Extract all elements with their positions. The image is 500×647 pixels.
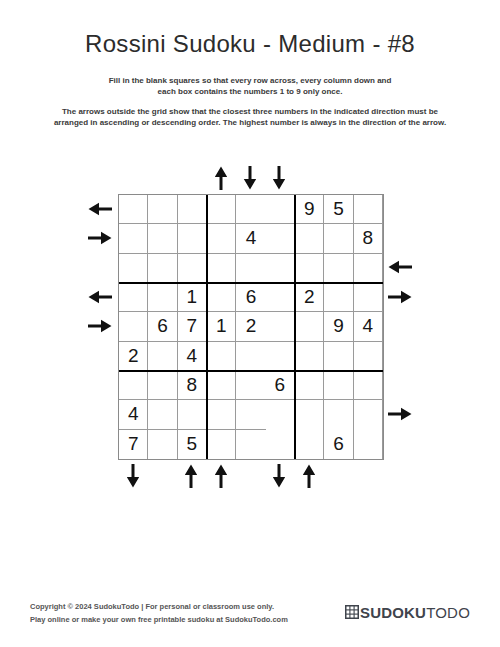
cell-r3c5[interactable] — [236, 254, 265, 283]
cell-r3c8[interactable] — [324, 254, 353, 283]
cell-r2c8[interactable] — [324, 224, 353, 253]
sudoku-grid-icon — [345, 605, 359, 619]
arrow-left-row4-left — [88, 285, 112, 309]
cell-r1c9[interactable] — [354, 195, 383, 224]
cell-r1c4[interactable] — [207, 195, 236, 224]
cell-r6c9[interactable] — [354, 342, 383, 371]
arrow-right-row8-right — [388, 402, 412, 426]
instructions-basic: Fill in the blank squares so that every … — [0, 75, 500, 97]
arrow-bottom-col4-up — [209, 464, 233, 488]
cell-r3c1[interactable] — [119, 254, 148, 283]
cell-r9c3: 5 — [178, 430, 207, 459]
cell-r6c5[interactable] — [236, 342, 265, 371]
footer-line1: Copyright © 2024 SudokuTodo | For person… — [30, 601, 288, 614]
cell-r5c3: 7 — [178, 312, 207, 341]
cell-r8c8[interactable] — [324, 400, 353, 429]
cell-r4c1[interactable] — [119, 283, 148, 312]
instructions-basic-line2: each box contains the numbers 1 to 9 onl… — [0, 86, 500, 97]
cell-r7c1[interactable] — [119, 371, 148, 400]
cell-r3c2[interactable] — [148, 254, 177, 283]
board-area: 954816267129424864756 — [86, 164, 414, 492]
cell-r6c3: 4 — [178, 342, 207, 371]
arrow-bottom-col6-down — [267, 464, 291, 488]
cell-r2c7[interactable] — [295, 224, 324, 253]
cell-r9c4[interactable] — [207, 430, 236, 459]
cell-r3c9[interactable] — [354, 254, 383, 283]
cell-r2c3[interactable] — [178, 224, 207, 253]
cell-r2c4[interactable] — [207, 224, 236, 253]
cell-r5c6[interactable] — [266, 312, 295, 341]
cell-r9c9[interactable] — [354, 430, 383, 459]
footer-line2: Play online or make your own free printa… — [30, 614, 288, 627]
cell-r9c1: 7 — [119, 430, 148, 459]
cell-r5c2: 6 — [148, 312, 177, 341]
cell-r6c2[interactable] — [148, 342, 177, 371]
instructions-basic-line1: Fill in the blank squares so that every … — [0, 75, 500, 86]
cell-r1c3[interactable] — [178, 195, 207, 224]
cell-r4c2[interactable] — [148, 283, 177, 312]
arrow-left-row2-right — [88, 226, 112, 250]
arrow-bottom-col1-down — [121, 464, 145, 488]
cell-r5c5: 2 — [236, 312, 265, 341]
cell-r5c1[interactable] — [119, 312, 148, 341]
cell-r9c5[interactable] — [236, 430, 265, 459]
cell-r8c5[interactable] — [236, 400, 265, 429]
box-divider-horizontal-2 — [119, 370, 383, 373]
cell-r6c1: 2 — [119, 342, 148, 371]
logo-text-light: TODO — [426, 604, 470, 621]
cell-r4c8[interactable] — [324, 283, 353, 312]
box-divider-horizontal-1 — [119, 282, 383, 285]
cell-r6c4[interactable] — [207, 342, 236, 371]
cell-r3c6[interactable] — [266, 254, 295, 283]
cell-r8c2[interactable] — [148, 400, 177, 429]
cell-r1c6[interactable] — [266, 195, 295, 224]
cell-r9c8: 6 — [324, 430, 353, 459]
box-divider-vertical-2 — [294, 195, 297, 459]
cell-r8c3[interactable] — [178, 400, 207, 429]
cell-r7c4[interactable] — [207, 371, 236, 400]
instructions-rossini: The arrows outside the grid show that th… — [0, 106, 500, 128]
cell-r4c3: 1 — [178, 283, 207, 312]
cell-r4c4[interactable] — [207, 283, 236, 312]
cell-r1c1[interactable] — [119, 195, 148, 224]
box-divider-vertical-1 — [206, 195, 209, 459]
cell-r3c7[interactable] — [295, 254, 324, 283]
cell-r7c6: 6 — [266, 371, 295, 400]
instructions-rossini-line1: The arrows outside the grid show that th… — [0, 106, 500, 117]
cell-r8c7[interactable] — [295, 400, 324, 429]
cell-r7c5[interactable] — [236, 371, 265, 400]
cell-r4c5: 6 — [236, 283, 265, 312]
cell-r1c7: 9 — [295, 195, 324, 224]
cell-r8c4[interactable] — [207, 400, 236, 429]
arrow-right-row4-right — [388, 285, 412, 309]
cell-r7c9[interactable] — [354, 371, 383, 400]
cell-r6c8[interactable] — [324, 342, 353, 371]
cell-r7c2[interactable] — [148, 371, 177, 400]
logo-text-bold: SUDOKU — [360, 604, 426, 621]
cell-r1c5[interactable] — [236, 195, 265, 224]
cell-r3c3[interactable] — [178, 254, 207, 283]
page-title: Rossini Sudoku - Medium - #8 — [0, 30, 500, 58]
arrow-top-col6-down — [267, 166, 291, 190]
cell-r7c8[interactable] — [324, 371, 353, 400]
cell-r5c4: 1 — [207, 312, 236, 341]
footer-copyright: Copyright © 2024 SudokuTodo | For person… — [30, 601, 288, 626]
cell-r5c8: 9 — [324, 312, 353, 341]
cell-r8c1: 4 — [119, 400, 148, 429]
cell-r2c1[interactable] — [119, 224, 148, 253]
cell-r4c7: 2 — [295, 283, 324, 312]
sudoku-board[interactable]: 954816267129424864756 — [118, 194, 384, 460]
arrow-left-row5-right — [88, 314, 112, 338]
arrow-top-col5-down — [238, 166, 262, 190]
cell-r7c3: 8 — [178, 371, 207, 400]
cell-r3c4[interactable] — [207, 254, 236, 283]
cell-r5c9: 4 — [354, 312, 383, 341]
cell-r8c6[interactable] — [266, 400, 295, 429]
sudokutodo-logo: SUDOKU TODO — [345, 603, 470, 621]
cell-r6c6[interactable] — [266, 342, 295, 371]
cell-r2c5: 4 — [236, 224, 265, 253]
cell-r2c2[interactable] — [148, 224, 177, 253]
arrow-bottom-col3-up — [179, 464, 203, 488]
arrow-left-row1-left — [88, 197, 112, 221]
instructions-rossini-line2: arranged in ascending or descending orde… — [0, 117, 500, 128]
cell-r9c2[interactable] — [148, 430, 177, 459]
cell-r1c8: 5 — [324, 195, 353, 224]
arrow-right-row3-left — [388, 255, 412, 279]
page: Rossini Sudoku - Medium - #8 Fill in the… — [0, 0, 500, 647]
arrow-top-col4-up — [209, 166, 233, 190]
cell-r1c2[interactable] — [148, 195, 177, 224]
cell-r4c6[interactable] — [266, 283, 295, 312]
cell-r5c7[interactable] — [295, 312, 324, 341]
cell-r4c9[interactable] — [354, 283, 383, 312]
cell-r9c7[interactable] — [295, 430, 324, 459]
cell-r6c7[interactable] — [295, 342, 324, 371]
arrow-bottom-col7-up — [297, 464, 321, 488]
cell-r2c6[interactable] — [266, 224, 295, 253]
cell-r2c9: 8 — [354, 224, 383, 253]
cell-r7c7[interactable] — [295, 371, 324, 400]
cell-r8c9[interactable] — [354, 400, 383, 429]
cell-r9c6[interactable] — [266, 430, 295, 459]
